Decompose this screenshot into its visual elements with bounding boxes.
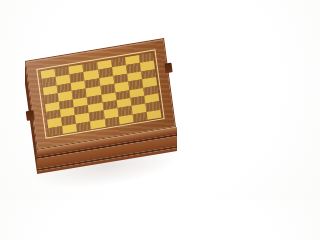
- finger-notch-left: [26, 110, 35, 121]
- finger-notch-right: [164, 63, 172, 74]
- product-photo-chess-box: [0, 0, 200, 200]
